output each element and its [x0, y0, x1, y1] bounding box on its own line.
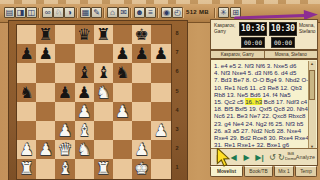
square-e3[interactable]	[94, 121, 113, 140]
move-line[interactable]: 7. Bd3 Be7 8. O-O Bg4 9. Nbd2 O-O	[214, 76, 308, 83]
black-bishop-icon: ♝	[77, 63, 91, 82]
black-pawn-icon: ♟	[154, 44, 168, 63]
move-line[interactable]: Rb8 13. Ne5 Bd6 14. f4 Na5	[214, 91, 308, 98]
square-c7[interactable]	[55, 44, 74, 63]
square-d6[interactable]: ♝	[75, 63, 94, 82]
forward-button[interactable]: ▶	[241, 152, 252, 163]
hint-icon[interactable]: ✳	[218, 7, 229, 18]
square-c6[interactable]	[55, 63, 74, 82]
white-pawn-icon: ♟	[135, 140, 149, 159]
square-a1[interactable]: ♜	[17, 159, 36, 178]
toolbar-separator	[130, 8, 131, 18]
training-icon[interactable]: ≡	[145, 7, 156, 18]
black-knight-icon: ♞	[19, 83, 33, 102]
mouse-cursor	[215, 148, 233, 168]
square-h7[interactable]: ♟	[151, 44, 170, 63]
square-d8[interactable]: ♛	[75, 25, 94, 44]
black-pawn-icon: ♟	[19, 44, 33, 63]
names-bar-black: Mosna, Stefano	[265, 51, 318, 58]
spin-board-icon[interactable]: ↻	[278, 152, 285, 163]
black-pawn-icon: ♟	[77, 83, 91, 102]
toolbar-separator	[103, 8, 104, 18]
square-d2[interactable]: ♞	[75, 140, 94, 159]
monitor-icon[interactable]: ⌂	[107, 7, 118, 18]
black-pawn-icon: ♟	[115, 44, 129, 63]
player-names-bar: Kasparov, Garry Mosna, Stefano	[210, 50, 318, 59]
square-e7[interactable]	[94, 44, 113, 63]
rank-label-1: 1	[171, 164, 183, 170]
square-a8[interactable]	[17, 25, 36, 44]
players-icon[interactable]: ☻	[134, 7, 145, 18]
white-player-name: Kasparov, Garry	[214, 23, 235, 34]
scrollbar-thumb[interactable]	[309, 70, 315, 100]
square-f6[interactable]: ♞	[113, 63, 132, 82]
square-a4[interactable]	[17, 102, 36, 121]
white-pawn-icon: ♟	[154, 121, 168, 140]
square-e6[interactable]: ♝	[94, 63, 113, 82]
move-line[interactable]: 23. g4 Ne4 24. Ng2 f6 25. Nf3 b5	[214, 120, 308, 127]
square-e4[interactable]	[94, 102, 113, 121]
square-b2[interactable]: ♟	[36, 140, 55, 159]
square-c2[interactable]: ♛	[55, 140, 74, 159]
white-knight-icon: ♞	[96, 83, 110, 102]
tab-book-tb[interactable]: Book/TB	[244, 166, 273, 177]
black-rook-icon: ♜	[96, 25, 110, 44]
square-f8[interactable]	[113, 25, 132, 44]
square-f1[interactable]	[113, 159, 132, 178]
square-f5[interactable]	[113, 83, 132, 102]
open-database-icon[interactable]: ◨	[15, 7, 26, 18]
square-a6[interactable]	[17, 63, 36, 82]
move-line[interactable]: 15. Qc2 c5 16. h3 Bc8 17. Ndf3 c4	[214, 98, 308, 105]
square-c5[interactable]: ♟	[55, 83, 74, 102]
levels-icon[interactable]: ◑	[64, 7, 75, 18]
toolbar-separator	[38, 8, 39, 18]
square-d3[interactable]: ♝	[75, 121, 94, 140]
square-b6[interactable]	[36, 63, 55, 82]
white-pawn-icon: ♟	[115, 102, 129, 121]
takeback-icon[interactable]: ↺	[269, 152, 276, 163]
white-queen-icon: ♛	[58, 140, 72, 159]
square-h6[interactable]	[151, 63, 170, 82]
move-list[interactable]: 1. e4 e5 2. Nf3 Nf6 3. Nxe5 d64. Nf3 Nxe…	[214, 62, 308, 148]
white-pawn-icon: ♟	[77, 102, 91, 121]
white-secondary-clock: 00:00	[241, 37, 265, 48]
database-icon[interactable]: ▦	[80, 7, 91, 18]
square-e2[interactable]	[94, 140, 113, 159]
square-h4[interactable]	[151, 102, 170, 121]
square-h2[interactable]	[151, 140, 170, 159]
tab-mix-1[interactable]: Mix 1	[274, 166, 294, 177]
square-f2[interactable]	[113, 140, 132, 159]
rank-label-2: 2	[171, 145, 183, 151]
move-line[interactable]: Nc6 21. Be3 Ne7 22. Qxc8 Rbxc8	[214, 112, 308, 119]
square-b8[interactable]: ♜	[36, 25, 55, 44]
white-pawn-icon: ♟	[39, 140, 53, 159]
tab-temp[interactable]: Temp	[295, 166, 317, 177]
white-pawn-icon: ♟	[58, 121, 72, 140]
black-pawn-icon: ♟	[39, 44, 53, 63]
black-queen-icon: ♛	[77, 25, 91, 44]
analyze-label[interactable]: Analyze	[296, 154, 315, 160]
square-a7[interactable]: ♟	[17, 44, 36, 63]
square-f7[interactable]: ♟	[113, 44, 132, 63]
clipboard-icon[interactable]: ✉	[118, 7, 129, 18]
toolbar-separator	[214, 8, 215, 18]
square-b5[interactable]	[36, 83, 55, 102]
white-bishop-icon: ♝	[58, 159, 72, 178]
white-clock: 10:36	[239, 22, 267, 36]
square-c1[interactable]: ♝	[55, 159, 74, 178]
square-c4[interactable]	[55, 102, 74, 121]
square-g7[interactable]: ♟	[132, 44, 151, 63]
square-d4[interactable]: ♟	[75, 102, 94, 121]
square-d1[interactable]	[75, 159, 94, 178]
square-g8[interactable]: ♚	[132, 25, 151, 44]
white-pawn-icon: ♟	[19, 140, 33, 159]
square-a3[interactable]	[17, 121, 36, 140]
current-move-highlight[interactable]: 16. h3	[245, 98, 262, 105]
square-b7[interactable]: ♟	[36, 44, 55, 63]
square-e5[interactable]: ♞	[94, 83, 113, 102]
names-bar-white: Kasparov, Garry	[211, 51, 265, 58]
hashtable-size-label: 512 MB	[186, 9, 209, 15]
black-clock: 10:30	[269, 22, 297, 36]
black-bishop-icon: ♝	[96, 63, 110, 82]
square-e1[interactable]: ♜	[94, 159, 113, 178]
square-f3[interactable]	[113, 121, 132, 140]
board-frame: ♜♛♜♚♟♟♟♟♟♝♝♞♞♟♟♞♟♟♟♝♟♟♟♛♞♟♜♝♜♚ 87654321	[8, 20, 188, 180]
toolbar-separator	[76, 8, 77, 18]
white-knight-icon: ♞	[77, 140, 91, 159]
rank-label-8: 8	[171, 30, 183, 36]
rank-label-5: 5	[171, 88, 183, 94]
square-g1[interactable]: ♚	[132, 159, 151, 178]
square-h1[interactable]	[151, 159, 170, 178]
toolbar-separator	[182, 8, 183, 18]
save-icon[interactable]: ◫	[26, 7, 37, 18]
scroll-up-icon[interactable]: ▲	[309, 61, 315, 66]
square-g4[interactable]	[132, 102, 151, 121]
square-g2[interactable]: ♟	[132, 140, 151, 159]
square-d7[interactable]	[75, 44, 94, 63]
panel-tabs: MovelistBook/TBMix 1Temp	[210, 166, 320, 180]
black-knight-icon: ♞	[115, 63, 129, 82]
square-g6[interactable]	[132, 63, 151, 82]
menu-bar-sliver	[0, 0, 320, 4]
white-bishop-icon: ♝	[77, 121, 91, 140]
notation-scrollbar[interactable]: ▲ ▼	[308, 61, 316, 149]
rank-label-3: 3	[171, 126, 183, 132]
new-board-icon[interactable]: ▤	[4, 7, 15, 18]
toolbar-separator	[157, 8, 158, 18]
square-b4[interactable]	[36, 102, 55, 121]
square-a2[interactable]: ♟	[17, 140, 36, 159]
move-line[interactable]: 10. Re1 Nc6 11. c3 Re8 12. Qb3	[214, 84, 308, 91]
goto-end-button[interactable]: ▶|	[254, 152, 265, 163]
square-b3[interactable]	[36, 121, 55, 140]
square-g5[interactable]	[132, 83, 151, 102]
square-c8[interactable]	[55, 25, 74, 44]
square-g3[interactable]	[132, 121, 151, 140]
square-e8[interactable]: ♜	[94, 25, 113, 44]
rank-label-6: 6	[171, 68, 183, 74]
annotate-icon[interactable]: ✎	[91, 7, 102, 18]
square-d5[interactable]: ♟	[75, 83, 94, 102]
square-h8[interactable]	[151, 25, 170, 44]
black-player-name: Mosna, Stefano	[299, 23, 316, 34]
rank-label-4: 4	[171, 107, 183, 113]
chess-app-window: { "game": "chess", "position": { "fen": …	[0, 0, 320, 180]
black-rook-icon: ♜	[39, 25, 53, 44]
move-line[interactable]: 26. a3 a5 27. Nd2 Nc6 28. Nxe4	[214, 127, 308, 134]
demo-label: BiB Demo	[285, 151, 296, 161]
clock-panel: Kasparov, Garry 10:36 10:30 Mosna, Stefa…	[210, 19, 318, 50]
move-line[interactable]: 4. Nf3 Nxe4 5. d3 Nf6 6. d4 d5	[214, 69, 308, 76]
move-line[interactable]: Rxe4 29. Bd2 Rce8 30. Rxe4 Rxe4	[214, 134, 308, 141]
cd-icon[interactable]: ◉	[161, 7, 172, 18]
square-h3[interactable]: ♟	[151, 121, 170, 140]
square-h5[interactable]	[151, 83, 170, 102]
chess-board[interactable]: ♜♛♜♚♟♟♟♟♟♝♝♞♞♟♟♞♟♟♟♝♟♟♟♛♞♟♜♝♜♚	[16, 24, 172, 180]
black-king-icon: ♚	[135, 25, 149, 44]
white-king-icon: ♚	[135, 159, 149, 178]
square-c3[interactable]: ♟	[55, 121, 74, 140]
move-line[interactable]: 1. e4 e5 2. Nf3 Nf6 3. Nxe5 d6	[214, 62, 308, 69]
move-line[interactable]: 18. Bf5 Bxf5 19. Qxf5 Qc8 20. Nh4	[214, 105, 308, 112]
square-b1[interactable]	[36, 159, 55, 178]
white-rook-icon: ♜	[19, 159, 33, 178]
infinite-analysis-icon[interactable]: ∞	[42, 7, 53, 18]
engine-icon[interactable]: ♘	[53, 7, 64, 18]
rank-label-7: 7	[171, 49, 183, 55]
square-a5[interactable]: ♞	[17, 83, 36, 102]
black-pawn-icon: ♟	[135, 44, 149, 63]
white-rook-icon: ♜	[96, 159, 110, 178]
square-f4[interactable]: ♟	[113, 102, 132, 121]
black-secondary-clock: 00:00	[271, 37, 295, 48]
black-pawn-icon: ♟	[58, 83, 72, 102]
